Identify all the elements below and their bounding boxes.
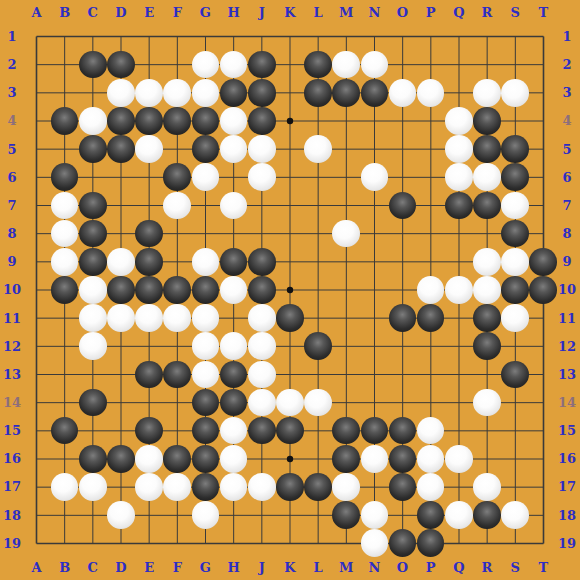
point-C10[interactable] [79, 276, 107, 304]
point-N12[interactable] [360, 332, 388, 360]
point-M12[interactable] [332, 332, 360, 360]
point-D14[interactable] [107, 388, 135, 416]
point-T5[interactable] [529, 135, 557, 163]
point-N3[interactable] [360, 79, 388, 107]
point-S4[interactable] [501, 107, 529, 135]
point-F12[interactable] [163, 332, 191, 360]
point-M5[interactable] [332, 135, 360, 163]
point-F10[interactable] [163, 276, 191, 304]
point-C6[interactable] [79, 163, 107, 191]
point-A17[interactable] [22, 473, 50, 501]
point-M6[interactable] [332, 163, 360, 191]
point-C19[interactable] [79, 529, 107, 557]
point-E6[interactable] [135, 163, 163, 191]
point-E10[interactable] [135, 276, 163, 304]
point-G1[interactable] [191, 22, 219, 50]
point-Q6[interactable] [445, 163, 473, 191]
point-P10[interactable] [417, 276, 445, 304]
point-M13[interactable] [332, 360, 360, 388]
point-Q8[interactable] [445, 219, 473, 247]
point-O12[interactable] [388, 332, 416, 360]
point-P8[interactable] [417, 219, 445, 247]
point-G14[interactable] [191, 388, 219, 416]
point-H1[interactable] [219, 22, 247, 50]
point-H8[interactable] [219, 219, 247, 247]
point-B17[interactable] [51, 473, 79, 501]
point-T1[interactable] [529, 22, 557, 50]
point-P16[interactable] [417, 445, 445, 473]
point-K3[interactable] [276, 79, 304, 107]
point-H7[interactable] [219, 191, 247, 219]
point-K2[interactable] [276, 51, 304, 79]
point-R1[interactable] [473, 22, 501, 50]
point-H2[interactable] [219, 51, 247, 79]
point-C17[interactable] [79, 473, 107, 501]
point-G9[interactable] [191, 248, 219, 276]
point-S13[interactable] [501, 360, 529, 388]
point-J14[interactable] [248, 388, 276, 416]
point-J12[interactable] [248, 332, 276, 360]
point-R10[interactable] [473, 276, 501, 304]
point-N7[interactable] [360, 191, 388, 219]
point-L16[interactable] [304, 445, 332, 473]
point-H10[interactable] [219, 276, 247, 304]
point-S1[interactable] [501, 22, 529, 50]
point-R19[interactable] [473, 529, 501, 557]
point-K11[interactable] [276, 304, 304, 332]
point-G12[interactable] [191, 332, 219, 360]
point-B14[interactable] [51, 388, 79, 416]
point-J15[interactable] [248, 417, 276, 445]
point-B19[interactable] [51, 529, 79, 557]
point-K16[interactable] [276, 445, 304, 473]
point-M1[interactable] [332, 22, 360, 50]
point-P11[interactable] [417, 304, 445, 332]
point-P1[interactable] [417, 22, 445, 50]
point-G19[interactable] [191, 529, 219, 557]
point-H14[interactable] [219, 388, 247, 416]
point-K1[interactable] [276, 22, 304, 50]
point-K10[interactable] [276, 276, 304, 304]
point-B5[interactable] [51, 135, 79, 163]
point-L18[interactable] [304, 501, 332, 529]
point-L4[interactable] [304, 107, 332, 135]
point-G4[interactable] [191, 107, 219, 135]
point-N16[interactable] [360, 445, 388, 473]
point-S18[interactable] [501, 501, 529, 529]
point-L19[interactable] [304, 529, 332, 557]
point-D2[interactable] [107, 51, 135, 79]
point-J9[interactable] [248, 248, 276, 276]
point-E7[interactable] [135, 191, 163, 219]
point-R17[interactable] [473, 473, 501, 501]
point-L10[interactable] [304, 276, 332, 304]
point-D16[interactable] [107, 445, 135, 473]
point-G10[interactable] [191, 276, 219, 304]
point-P13[interactable] [417, 360, 445, 388]
point-F14[interactable] [163, 388, 191, 416]
point-F11[interactable] [163, 304, 191, 332]
point-G17[interactable] [191, 473, 219, 501]
point-A1[interactable] [22, 22, 50, 50]
point-T15[interactable] [529, 417, 557, 445]
point-E8[interactable] [135, 219, 163, 247]
point-B3[interactable] [51, 79, 79, 107]
point-N8[interactable] [360, 219, 388, 247]
point-P5[interactable] [417, 135, 445, 163]
point-F17[interactable] [163, 473, 191, 501]
point-L7[interactable] [304, 191, 332, 219]
point-M14[interactable] [332, 388, 360, 416]
point-Q2[interactable] [445, 51, 473, 79]
point-K19[interactable] [276, 529, 304, 557]
point-J3[interactable] [248, 79, 276, 107]
point-R5[interactable] [473, 135, 501, 163]
point-E19[interactable] [135, 529, 163, 557]
point-T12[interactable] [529, 332, 557, 360]
point-Q11[interactable] [445, 304, 473, 332]
point-F3[interactable] [163, 79, 191, 107]
point-C12[interactable] [79, 332, 107, 360]
point-J19[interactable] [248, 529, 276, 557]
point-R4[interactable] [473, 107, 501, 135]
point-M17[interactable] [332, 473, 360, 501]
point-E17[interactable] [135, 473, 163, 501]
point-S9[interactable] [501, 248, 529, 276]
point-A6[interactable] [22, 163, 50, 191]
point-L3[interactable] [304, 79, 332, 107]
point-H12[interactable] [219, 332, 247, 360]
point-N6[interactable] [360, 163, 388, 191]
point-A18[interactable] [22, 501, 50, 529]
point-K12[interactable] [276, 332, 304, 360]
point-C2[interactable] [79, 51, 107, 79]
point-T4[interactable] [529, 107, 557, 135]
point-E5[interactable] [135, 135, 163, 163]
point-Q15[interactable] [445, 417, 473, 445]
point-F5[interactable] [163, 135, 191, 163]
point-E12[interactable] [135, 332, 163, 360]
point-R14[interactable] [473, 388, 501, 416]
point-O2[interactable] [388, 51, 416, 79]
point-R6[interactable] [473, 163, 501, 191]
point-Q1[interactable] [445, 22, 473, 50]
point-N15[interactable] [360, 417, 388, 445]
point-C16[interactable] [79, 445, 107, 473]
point-F13[interactable] [163, 360, 191, 388]
point-M9[interactable] [332, 248, 360, 276]
point-G6[interactable] [191, 163, 219, 191]
point-P17[interactable] [417, 473, 445, 501]
point-K15[interactable] [276, 417, 304, 445]
point-A12[interactable] [22, 332, 50, 360]
point-D7[interactable] [107, 191, 135, 219]
point-C7[interactable] [79, 191, 107, 219]
point-O9[interactable] [388, 248, 416, 276]
point-M8[interactable] [332, 219, 360, 247]
point-O6[interactable] [388, 163, 416, 191]
point-D18[interactable] [107, 501, 135, 529]
point-G15[interactable] [191, 417, 219, 445]
point-Q10[interactable] [445, 276, 473, 304]
point-B6[interactable] [51, 163, 79, 191]
point-S19[interactable] [501, 529, 529, 557]
point-T18[interactable] [529, 501, 557, 529]
point-M3[interactable] [332, 79, 360, 107]
point-L17[interactable] [304, 473, 332, 501]
point-N11[interactable] [360, 304, 388, 332]
point-J2[interactable] [248, 51, 276, 79]
point-M10[interactable] [332, 276, 360, 304]
point-A10[interactable] [22, 276, 50, 304]
point-L13[interactable] [304, 360, 332, 388]
point-Q17[interactable] [445, 473, 473, 501]
point-K4[interactable] [276, 107, 304, 135]
point-C11[interactable] [79, 304, 107, 332]
point-P2[interactable] [417, 51, 445, 79]
point-T16[interactable] [529, 445, 557, 473]
point-M7[interactable] [332, 191, 360, 219]
point-M4[interactable] [332, 107, 360, 135]
point-O15[interactable] [388, 417, 416, 445]
point-E13[interactable] [135, 360, 163, 388]
point-F19[interactable] [163, 529, 191, 557]
point-E11[interactable] [135, 304, 163, 332]
point-S3[interactable] [501, 79, 529, 107]
point-N5[interactable] [360, 135, 388, 163]
point-S10[interactable] [501, 276, 529, 304]
point-Q19[interactable] [445, 529, 473, 557]
point-A11[interactable] [22, 304, 50, 332]
point-O16[interactable] [388, 445, 416, 473]
point-J10[interactable] [248, 276, 276, 304]
point-J7[interactable] [248, 191, 276, 219]
point-H19[interactable] [219, 529, 247, 557]
point-B18[interactable] [51, 501, 79, 529]
point-H13[interactable] [219, 360, 247, 388]
point-T8[interactable] [529, 219, 557, 247]
point-Q16[interactable] [445, 445, 473, 473]
point-L9[interactable] [304, 248, 332, 276]
point-H11[interactable] [219, 304, 247, 332]
point-O3[interactable] [388, 79, 416, 107]
point-B7[interactable] [51, 191, 79, 219]
point-O5[interactable] [388, 135, 416, 163]
point-Q4[interactable] [445, 107, 473, 135]
go-board[interactable]: ABCDEFGHJKLMNOPQRST ABCDEFGHJKLMNOPQRST … [0, 0, 580, 580]
point-D15[interactable] [107, 417, 135, 445]
point-K7[interactable] [276, 191, 304, 219]
point-G11[interactable] [191, 304, 219, 332]
point-A4[interactable] [22, 107, 50, 135]
point-H9[interactable] [219, 248, 247, 276]
point-D19[interactable] [107, 529, 135, 557]
point-K6[interactable] [276, 163, 304, 191]
point-S16[interactable] [501, 445, 529, 473]
point-A3[interactable] [22, 79, 50, 107]
point-P12[interactable] [417, 332, 445, 360]
point-B8[interactable] [51, 219, 79, 247]
point-H6[interactable] [219, 163, 247, 191]
point-T7[interactable] [529, 191, 557, 219]
point-J18[interactable] [248, 501, 276, 529]
point-C18[interactable] [79, 501, 107, 529]
point-J11[interactable] [248, 304, 276, 332]
point-P7[interactable] [417, 191, 445, 219]
point-L11[interactable] [304, 304, 332, 332]
point-G7[interactable] [191, 191, 219, 219]
point-T2[interactable] [529, 51, 557, 79]
point-K14[interactable] [276, 388, 304, 416]
point-E3[interactable] [135, 79, 163, 107]
point-N19[interactable] [360, 529, 388, 557]
point-C1[interactable] [79, 22, 107, 50]
point-L2[interactable] [304, 51, 332, 79]
point-B15[interactable] [51, 417, 79, 445]
point-G16[interactable] [191, 445, 219, 473]
point-R18[interactable] [473, 501, 501, 529]
point-A7[interactable] [22, 191, 50, 219]
point-S12[interactable] [501, 332, 529, 360]
point-A2[interactable] [22, 51, 50, 79]
point-R11[interactable] [473, 304, 501, 332]
point-S6[interactable] [501, 163, 529, 191]
point-E9[interactable] [135, 248, 163, 276]
point-F4[interactable] [163, 107, 191, 135]
point-K8[interactable] [276, 219, 304, 247]
point-R12[interactable] [473, 332, 501, 360]
point-Q7[interactable] [445, 191, 473, 219]
point-F7[interactable] [163, 191, 191, 219]
point-G8[interactable] [191, 219, 219, 247]
point-H3[interactable] [219, 79, 247, 107]
point-L1[interactable] [304, 22, 332, 50]
point-L5[interactable] [304, 135, 332, 163]
point-S17[interactable] [501, 473, 529, 501]
point-D8[interactable] [107, 219, 135, 247]
point-A19[interactable] [22, 529, 50, 557]
point-O14[interactable] [388, 388, 416, 416]
point-A8[interactable] [22, 219, 50, 247]
point-G13[interactable] [191, 360, 219, 388]
point-Q18[interactable] [445, 501, 473, 529]
point-T3[interactable] [529, 79, 557, 107]
point-B9[interactable] [51, 248, 79, 276]
point-H17[interactable] [219, 473, 247, 501]
point-S11[interactable] [501, 304, 529, 332]
point-Q12[interactable] [445, 332, 473, 360]
point-E16[interactable] [135, 445, 163, 473]
point-N13[interactable] [360, 360, 388, 388]
point-M11[interactable] [332, 304, 360, 332]
point-Q3[interactable] [445, 79, 473, 107]
point-C14[interactable] [79, 388, 107, 416]
point-O19[interactable] [388, 529, 416, 557]
point-H5[interactable] [219, 135, 247, 163]
point-C13[interactable] [79, 360, 107, 388]
point-A13[interactable] [22, 360, 50, 388]
point-M16[interactable] [332, 445, 360, 473]
point-P19[interactable] [417, 529, 445, 557]
point-G3[interactable] [191, 79, 219, 107]
point-S8[interactable] [501, 219, 529, 247]
point-O4[interactable] [388, 107, 416, 135]
point-L15[interactable] [304, 417, 332, 445]
point-P4[interactable] [417, 107, 445, 135]
point-Q13[interactable] [445, 360, 473, 388]
point-G5[interactable] [191, 135, 219, 163]
point-N1[interactable] [360, 22, 388, 50]
point-R9[interactable] [473, 248, 501, 276]
point-J1[interactable] [248, 22, 276, 50]
point-D1[interactable] [107, 22, 135, 50]
point-M18[interactable] [332, 501, 360, 529]
point-B13[interactable] [51, 360, 79, 388]
point-O7[interactable] [388, 191, 416, 219]
point-O10[interactable] [388, 276, 416, 304]
point-S15[interactable] [501, 417, 529, 445]
point-F18[interactable] [163, 501, 191, 529]
point-B4[interactable] [51, 107, 79, 135]
point-Q9[interactable] [445, 248, 473, 276]
point-F2[interactable] [163, 51, 191, 79]
point-B10[interactable] [51, 276, 79, 304]
point-T6[interactable] [529, 163, 557, 191]
point-A16[interactable] [22, 445, 50, 473]
point-D9[interactable] [107, 248, 135, 276]
point-R8[interactable] [473, 219, 501, 247]
point-L8[interactable] [304, 219, 332, 247]
point-E15[interactable] [135, 417, 163, 445]
point-D3[interactable] [107, 79, 135, 107]
point-J4[interactable] [248, 107, 276, 135]
point-S7[interactable] [501, 191, 529, 219]
point-P9[interactable] [417, 248, 445, 276]
point-C9[interactable] [79, 248, 107, 276]
point-O1[interactable] [388, 22, 416, 50]
point-M2[interactable] [332, 51, 360, 79]
point-N17[interactable] [360, 473, 388, 501]
point-T13[interactable] [529, 360, 557, 388]
point-O18[interactable] [388, 501, 416, 529]
point-F9[interactable] [163, 248, 191, 276]
point-E4[interactable] [135, 107, 163, 135]
point-N9[interactable] [360, 248, 388, 276]
point-J13[interactable] [248, 360, 276, 388]
point-P15[interactable] [417, 417, 445, 445]
point-R7[interactable] [473, 191, 501, 219]
point-D10[interactable] [107, 276, 135, 304]
point-F1[interactable] [163, 22, 191, 50]
point-T9[interactable] [529, 248, 557, 276]
point-P6[interactable] [417, 163, 445, 191]
point-M15[interactable] [332, 417, 360, 445]
point-B11[interactable] [51, 304, 79, 332]
point-Q5[interactable] [445, 135, 473, 163]
point-N4[interactable] [360, 107, 388, 135]
point-N2[interactable] [360, 51, 388, 79]
point-A5[interactable] [22, 135, 50, 163]
point-L14[interactable] [304, 388, 332, 416]
point-R16[interactable] [473, 445, 501, 473]
point-J17[interactable] [248, 473, 276, 501]
point-F8[interactable] [163, 219, 191, 247]
point-D5[interactable] [107, 135, 135, 163]
point-G2[interactable] [191, 51, 219, 79]
point-H4[interactable] [219, 107, 247, 135]
point-R3[interactable] [473, 79, 501, 107]
point-E18[interactable] [135, 501, 163, 529]
